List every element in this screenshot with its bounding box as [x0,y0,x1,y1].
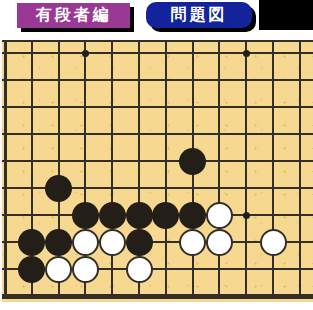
stone-black [18,229,45,256]
star-point [82,50,89,57]
grid-hline [2,160,313,162]
stone-black [152,202,179,229]
stone-black [179,202,206,229]
stone-black [45,229,72,256]
stone-black [99,202,126,229]
stone-white [206,202,233,229]
grid-hline [2,133,313,135]
grid-hline [2,79,313,81]
level-badge: 有段者編 [17,3,130,28]
stone-black [45,175,72,202]
stone-black [126,202,153,229]
stone-white [260,229,287,256]
stone-white [206,229,233,256]
stone-white [126,256,153,283]
stone-white [72,229,99,256]
board-top-frame-line [2,40,313,42]
stone-white [45,256,72,283]
go-board[interactable] [2,40,313,302]
stone-white [179,229,206,256]
star-point [243,212,250,219]
stone-white [72,256,99,283]
stone-black [126,229,153,256]
stone-black [18,256,45,283]
level-badge-label: 有段者編 [36,5,112,26]
star-point [243,50,250,57]
problem-diagram-badge: 問題図 [146,2,252,28]
problem-diagram-label: 問題図 [171,5,228,26]
stone-white [99,229,126,256]
corner-black-box [259,0,313,30]
stone-black [179,148,206,175]
stone-black [72,202,99,229]
grid-hline [2,294,313,299]
grid-hline [2,52,313,54]
grid-hline [2,106,313,108]
